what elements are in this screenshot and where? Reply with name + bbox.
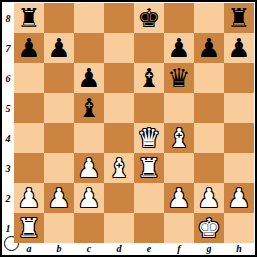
black-pawn-icon: ♟: [197, 33, 220, 63]
square-b4[interactable]: [44, 123, 74, 153]
white-rook-icon: ♜: [17, 213, 40, 243]
square-h7[interactable]: ♟: [224, 33, 254, 63]
board: ♜♚♜♟♟♟♟♟♟♝♛♝♛♝♟♝♜♟♟♟♟♟♟♜♚: [14, 3, 254, 243]
square-d3[interactable]: ♝: [104, 153, 134, 183]
square-e8[interactable]: ♚: [134, 3, 164, 33]
square-f3[interactable]: [164, 153, 194, 183]
square-e6[interactable]: ♝: [134, 63, 164, 93]
white-pawn-icon: ♟: [77, 183, 100, 213]
white-bishop-icon: ♝: [167, 123, 190, 153]
square-e7[interactable]: [134, 33, 164, 63]
square-a5[interactable]: [14, 93, 44, 123]
square-c2[interactable]: ♟: [74, 183, 104, 213]
file-labels: abcdefgh: [14, 243, 254, 255]
black-rook-icon: ♜: [17, 3, 40, 33]
rank-label-7: 7: [2, 33, 14, 63]
square-h6[interactable]: [224, 63, 254, 93]
square-h2[interactable]: ♟: [224, 183, 254, 213]
black-bishop-icon: ♝: [77, 93, 100, 123]
white-pawn-icon: ♟: [47, 183, 70, 213]
square-g6[interactable]: [194, 63, 224, 93]
file-label-b: b: [44, 243, 74, 255]
square-b6[interactable]: [44, 63, 74, 93]
black-pawn-icon: ♟: [167, 33, 190, 63]
black-king-icon: ♚: [137, 3, 160, 33]
black-pawn-icon: ♟: [47, 33, 70, 63]
square-g7[interactable]: ♟: [194, 33, 224, 63]
rank-labels: 87654321: [2, 3, 14, 243]
square-h3[interactable]: [224, 153, 254, 183]
rank-label-8: 8: [2, 3, 14, 33]
square-g8[interactable]: [194, 3, 224, 33]
square-g2[interactable]: ♟: [194, 183, 224, 213]
square-g4[interactable]: [194, 123, 224, 153]
square-c1[interactable]: [74, 213, 104, 243]
square-b2[interactable]: ♟: [44, 183, 74, 213]
square-d2[interactable]: [104, 183, 134, 213]
square-f2[interactable]: ♟: [164, 183, 194, 213]
square-h1[interactable]: [224, 213, 254, 243]
white-bishop-icon: ♝: [107, 153, 130, 183]
file-label-g: g: [194, 243, 224, 255]
square-h8[interactable]: ♜: [224, 3, 254, 33]
file-label-c: c: [74, 243, 104, 255]
square-a3[interactable]: [14, 153, 44, 183]
square-e2[interactable]: [134, 183, 164, 213]
square-a8[interactable]: ♜: [14, 3, 44, 33]
white-rook-icon: ♜: [137, 153, 160, 183]
square-b3[interactable]: [44, 153, 74, 183]
file-label-a: a: [14, 243, 44, 255]
square-a7[interactable]: ♟: [14, 33, 44, 63]
white-queen-icon: ♛: [137, 123, 160, 153]
square-d6[interactable]: [104, 63, 134, 93]
square-c6[interactable]: ♟: [74, 63, 104, 93]
square-c8[interactable]: [74, 3, 104, 33]
square-h4[interactable]: [224, 123, 254, 153]
square-g1[interactable]: ♚: [194, 213, 224, 243]
rank-label-5: 5: [2, 93, 14, 123]
square-g5[interactable]: [194, 93, 224, 123]
square-e3[interactable]: ♜: [134, 153, 164, 183]
square-e5[interactable]: [134, 93, 164, 123]
white-king-icon: ♚: [197, 213, 220, 243]
white-pawn-icon: ♟: [167, 183, 190, 213]
black-bishop-icon: ♝: [137, 63, 160, 93]
square-a6[interactable]: [14, 63, 44, 93]
square-d4[interactable]: [104, 123, 134, 153]
square-b7[interactable]: ♟: [44, 33, 74, 63]
square-e4[interactable]: ♛: [134, 123, 164, 153]
rank-label-2: 2: [2, 183, 14, 213]
square-h5[interactable]: [224, 93, 254, 123]
square-a1[interactable]: ♜: [14, 213, 44, 243]
black-pawn-icon: ♟: [227, 33, 250, 63]
square-f5[interactable]: [164, 93, 194, 123]
square-f8[interactable]: [164, 3, 194, 33]
file-label-d: d: [104, 243, 134, 255]
square-c5[interactable]: ♝: [74, 93, 104, 123]
square-f1[interactable]: [164, 213, 194, 243]
square-d5[interactable]: [104, 93, 134, 123]
square-d1[interactable]: [104, 213, 134, 243]
square-f6[interactable]: ♛: [164, 63, 194, 93]
square-c7[interactable]: [74, 33, 104, 63]
square-c4[interactable]: [74, 123, 104, 153]
black-queen-icon: ♛: [167, 63, 190, 93]
black-rook-icon: ♜: [227, 3, 250, 33]
square-g3[interactable]: [194, 153, 224, 183]
square-a2[interactable]: ♟: [14, 183, 44, 213]
square-f4[interactable]: ♝: [164, 123, 194, 153]
file-label-f: f: [164, 243, 194, 255]
rank-label-1: 1: [2, 213, 14, 243]
square-c3[interactable]: ♟: [74, 153, 104, 183]
white-pawn-icon: ♟: [197, 183, 220, 213]
white-pawn-icon: ♟: [77, 153, 100, 183]
square-b8[interactable]: [44, 3, 74, 33]
file-label-e: e: [134, 243, 164, 255]
file-label-h: h: [224, 243, 254, 255]
rank-label-6: 6: [2, 63, 14, 93]
white-pawn-icon: ♟: [17, 183, 40, 213]
square-f7[interactable]: ♟: [164, 33, 194, 63]
black-pawn-icon: ♟: [17, 33, 40, 63]
rank-label-4: 4: [2, 123, 14, 153]
black-pawn-icon: ♟: [77, 63, 100, 93]
square-e1[interactable]: [134, 213, 164, 243]
white-pawn-icon: ♟: [227, 183, 250, 213]
chess-diagram: 87654321 ♜♚♜♟♟♟♟♟♟♝♛♝♛♝♟♝♜♟♟♟♟♟♟♜♚ abcde…: [0, 0, 257, 257]
square-a4[interactable]: [14, 123, 44, 153]
rank-label-3: 3: [2, 153, 14, 183]
square-b1[interactable]: [44, 213, 74, 243]
square-d7[interactable]: [104, 33, 134, 63]
square-b5[interactable]: [44, 93, 74, 123]
square-d8[interactable]: [104, 3, 134, 33]
